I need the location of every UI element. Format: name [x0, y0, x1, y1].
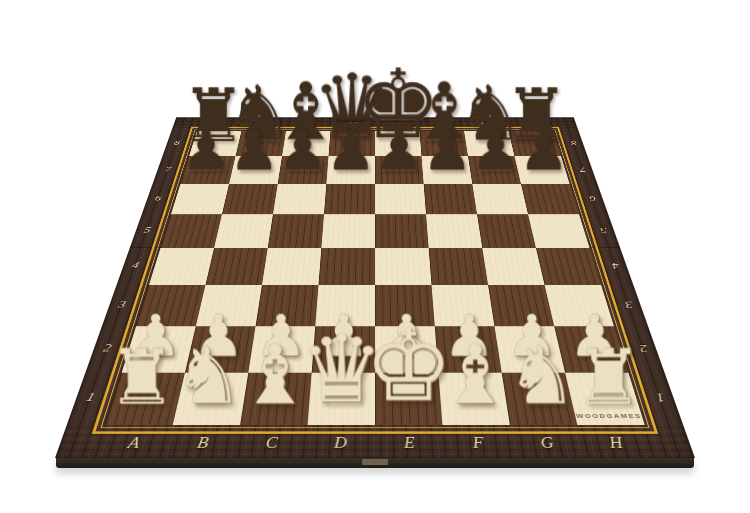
rank-label-left-1: 1	[76, 390, 105, 405]
square-c1[interactable]	[240, 373, 312, 425]
rank-label-left-7: 7	[158, 165, 178, 173]
square-b8[interactable]	[236, 131, 286, 156]
square-h4[interactable]	[536, 248, 601, 285]
rank-label-right-4: 4	[603, 260, 627, 271]
square-b2[interactable]	[185, 326, 256, 372]
square-g6[interactable]	[472, 184, 528, 214]
squares-grid	[105, 131, 644, 425]
square-e1[interactable]	[375, 373, 442, 425]
square-h7[interactable]	[514, 156, 569, 184]
square-f3[interactable]	[432, 285, 495, 326]
square-a6[interactable]	[171, 184, 229, 214]
chess-photo-scene: 1122334455667788AABBCCDDEEFFGGHH WOODGAM…	[0, 0, 750, 513]
square-g8[interactable]	[464, 131, 514, 156]
file-label-bottom-f: F	[466, 435, 492, 452]
square-b5[interactable]	[214, 214, 273, 248]
rank-label-left-4: 4	[123, 260, 147, 271]
square-d4[interactable]	[318, 248, 375, 285]
rank-label-right-8: 8	[564, 139, 583, 146]
square-d6[interactable]	[324, 184, 375, 214]
square-b7[interactable]	[229, 156, 282, 184]
rank-label-right-3: 3	[616, 299, 642, 311]
square-b1[interactable]	[173, 373, 249, 425]
square-d1[interactable]	[308, 373, 375, 425]
rank-label-left-3: 3	[109, 299, 135, 311]
square-d3[interactable]	[315, 285, 375, 326]
square-h8[interactable]	[509, 131, 561, 156]
square-e3[interactable]	[375, 285, 435, 326]
file-label-top-a: A	[213, 120, 230, 127]
rank-label-right-5: 5	[592, 225, 615, 235]
square-a3[interactable]	[136, 285, 205, 326]
square-b3[interactable]	[196, 285, 262, 326]
square-a5[interactable]	[160, 214, 221, 248]
square-d7[interactable]	[326, 156, 375, 184]
square-e5[interactable]	[375, 214, 429, 248]
square-e8[interactable]	[375, 131, 421, 156]
square-d8[interactable]	[329, 131, 375, 156]
square-a2[interactable]	[122, 326, 196, 372]
rank-label-left-5: 5	[136, 225, 159, 235]
square-c3[interactable]	[256, 285, 319, 326]
file-label-top-g: G	[477, 120, 493, 127]
square-e6[interactable]	[375, 184, 426, 214]
rank-label-left-2: 2	[94, 342, 121, 355]
square-c2[interactable]	[248, 326, 315, 372]
square-c5[interactable]	[268, 214, 324, 248]
square-c4[interactable]	[262, 248, 321, 285]
square-f1[interactable]	[438, 373, 510, 425]
square-g7[interactable]	[468, 156, 521, 184]
rank-label-right-1: 1	[646, 390, 675, 405]
square-e4[interactable]	[375, 248, 432, 285]
brand-label: WOODGAMES	[575, 412, 640, 419]
square-c8[interactable]	[282, 131, 330, 156]
square-h5[interactable]	[528, 214, 589, 248]
file-label-bottom-g: G	[534, 435, 561, 452]
square-g5[interactable]	[477, 214, 536, 248]
square-a8[interactable]	[189, 131, 241, 156]
file-label-bottom-b: B	[189, 435, 216, 452]
square-f5[interactable]	[426, 214, 482, 248]
file-label-bottom-a: A	[120, 435, 148, 452]
file-label-top-d: D	[345, 120, 360, 127]
square-b4[interactable]	[205, 248, 267, 285]
square-a7[interactable]	[180, 156, 235, 184]
square-g4[interactable]	[482, 248, 544, 285]
hinge-clasp	[362, 459, 388, 465]
file-label-top-b: B	[257, 120, 273, 127]
square-f6[interactable]	[424, 184, 477, 214]
square-g3[interactable]	[488, 285, 554, 326]
square-c6[interactable]	[273, 184, 326, 214]
rank-label-right-7: 7	[573, 165, 593, 173]
board-side-edge	[56, 458, 694, 468]
square-c7[interactable]	[278, 156, 329, 184]
file-label-bottom-d: D	[328, 435, 352, 452]
rank-label-right-2: 2	[630, 342, 657, 355]
square-a4[interactable]	[149, 248, 214, 285]
rank-label-left-6: 6	[147, 194, 168, 203]
square-d5[interactable]	[321, 214, 375, 248]
file-label-bottom-c: C	[259, 435, 285, 452]
square-d2[interactable]	[312, 326, 375, 372]
file-label-top-c: C	[301, 120, 317, 127]
rank-label-right-6: 6	[582, 194, 603, 203]
file-label-top-f: F	[433, 120, 449, 127]
square-e2[interactable]	[375, 326, 438, 372]
square-b6[interactable]	[222, 184, 278, 214]
chess-board: 1122334455667788AABBCCDDEEFFGGHH WOODGAM…	[55, 117, 695, 458]
square-e7[interactable]	[375, 156, 424, 184]
file-label-bottom-e: E	[397, 435, 421, 452]
file-label-top-h: H	[520, 120, 537, 127]
square-f2[interactable]	[435, 326, 502, 372]
rank-label-left-8: 8	[167, 139, 186, 146]
square-f4[interactable]	[429, 248, 488, 285]
square-g2[interactable]	[494, 326, 565, 372]
square-h6[interactable]	[521, 184, 579, 214]
file-label-top-e: E	[389, 120, 404, 127]
square-f7[interactable]	[421, 156, 472, 184]
file-label-bottom-h: H	[602, 435, 630, 452]
square-f8[interactable]	[420, 131, 468, 156]
